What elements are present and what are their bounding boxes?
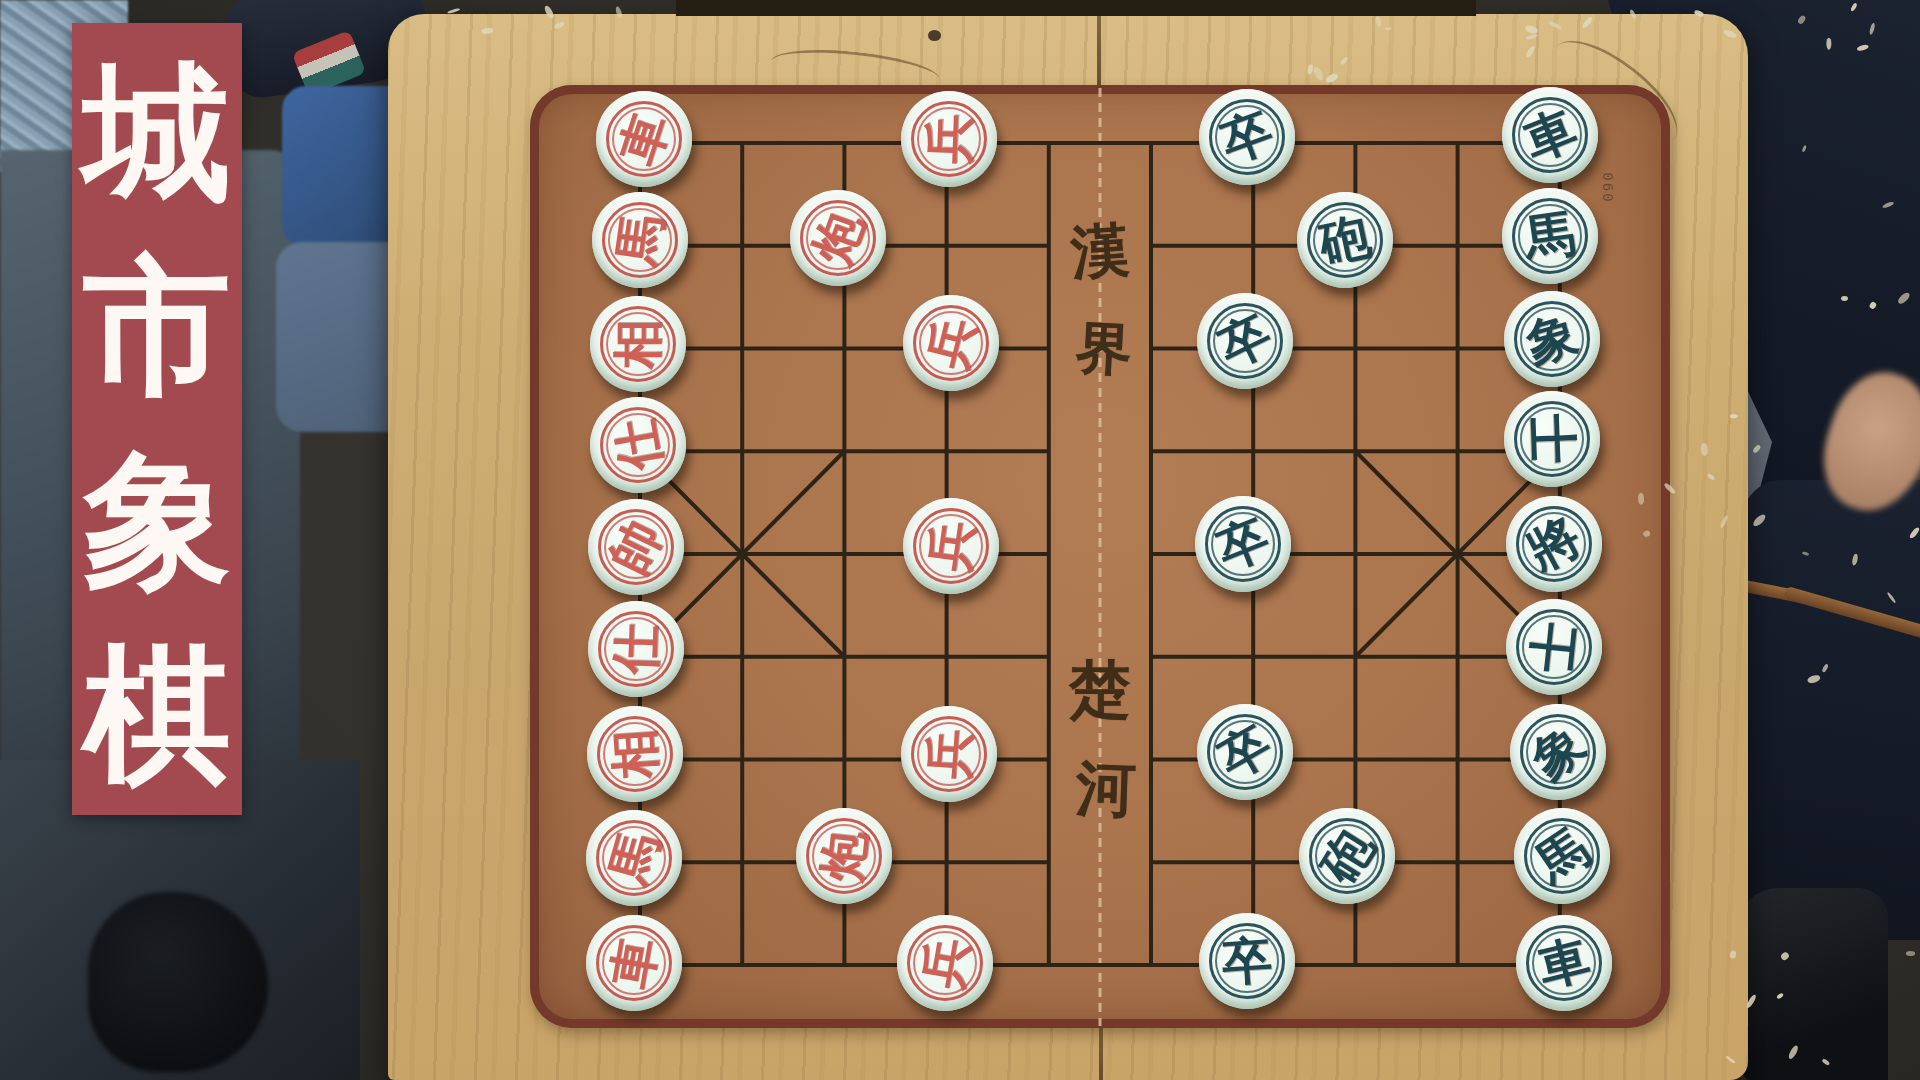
piece-black-卒[interactable]: 卒 <box>1199 913 1295 1009</box>
banner-char-2: 市 <box>83 253 231 401</box>
banner-char-3: 象 <box>83 447 231 595</box>
river-character-han: 漢 <box>1068 211 1131 293</box>
piece-character: 車 <box>578 907 689 1018</box>
piece-black-將[interactable]: 將 <box>1506 496 1602 592</box>
piece-red-炮[interactable]: 炮 <box>796 808 892 904</box>
piece-red-仕[interactable]: 仕 <box>590 397 686 493</box>
piece-black-卒[interactable]: 卒 <box>1195 496 1291 592</box>
scene: 漢 界 楚 河 060 車馬相仕帥仕相馬車炮炮兵兵兵兵兵卒卒卒卒卒砲砲車馬象士將… <box>0 0 1920 1080</box>
river-character-he: 河 <box>1075 748 1138 831</box>
piece-black-卒[interactable]: 卒 <box>1199 89 1295 185</box>
river-character-chu: 楚 <box>1069 648 1131 732</box>
piece-red-相[interactable]: 相 <box>587 706 683 802</box>
piece-black-士[interactable]: 士 <box>1504 391 1600 487</box>
piece-red-馬[interactable]: 馬 <box>586 810 682 906</box>
piece-black-卒[interactable]: 卒 <box>1197 293 1293 389</box>
piece-red-馬[interactable]: 馬 <box>592 192 688 288</box>
table-edge-gap <box>676 0 1476 16</box>
piece-red-兵[interactable]: 兵 <box>901 91 997 187</box>
banner-char-1: 城 <box>83 59 231 207</box>
banner-char-4: 棋 <box>83 641 231 789</box>
piece-character: 仕 <box>586 599 685 698</box>
piece-red-兵[interactable]: 兵 <box>903 498 999 594</box>
hinge-screw <box>928 30 941 41</box>
seed-shell-speck <box>1906 951 1916 955</box>
piece-character: 士 <box>1501 594 1607 700</box>
piece-character: 馬 <box>586 186 694 294</box>
piece-black-馬[interactable]: 馬 <box>1502 188 1598 284</box>
piece-black-象[interactable]: 象 <box>1504 291 1600 387</box>
piece-red-炮[interactable]: 炮 <box>790 190 886 286</box>
piece-character: 相 <box>584 702 686 804</box>
piece-character: 馬 <box>1496 182 1604 290</box>
title-banner: 城 市 象 棋 <box>72 23 242 815</box>
piece-character: 士 <box>1502 390 1601 489</box>
piece-black-砲[interactable]: 砲 <box>1297 192 1393 288</box>
piece-black-砲[interactable]: 砲 <box>1299 808 1395 904</box>
piece-black-車[interactable]: 車 <box>1516 915 1612 1011</box>
piece-red-帥[interactable]: 帥 <box>588 499 684 595</box>
piece-character: 砲 <box>1288 183 1402 297</box>
mat-margin-print: 060 <box>1600 172 1616 203</box>
piece-red-兵[interactable]: 兵 <box>903 295 999 391</box>
piece-black-象[interactable]: 象 <box>1510 704 1606 800</box>
piece-character: 相 <box>590 296 686 392</box>
piece-black-士[interactable]: 士 <box>1506 599 1602 695</box>
piece-character: 兵 <box>889 907 1000 1018</box>
piece-black-卒[interactable]: 卒 <box>1197 704 1293 800</box>
piece-character: 炮 <box>792 803 898 909</box>
player-trousers-right <box>1742 480 1920 940</box>
piece-black-馬[interactable]: 馬 <box>1514 808 1610 904</box>
fold-split-bottom <box>1099 1027 1103 1080</box>
piece-character: 兵 <box>899 89 998 188</box>
piece-character: 仕 <box>582 390 693 501</box>
seed-shell-speck <box>1700 443 1708 456</box>
piece-character: 兵 <box>896 492 1004 600</box>
river-character-jie: 界 <box>1074 311 1134 390</box>
piece-character: 卒 <box>1196 910 1298 1012</box>
piece-black-車[interactable]: 車 <box>1502 87 1598 183</box>
piece-red-仕[interactable]: 仕 <box>588 601 684 697</box>
piece-red-相[interactable]: 相 <box>590 296 686 392</box>
shoe-bottom-right <box>1738 888 1888 1080</box>
piece-character: 兵 <box>897 702 999 804</box>
piece-red-車[interactable]: 車 <box>586 915 682 1011</box>
fold-split-top <box>1097 16 1101 86</box>
piece-red-車[interactable]: 車 <box>596 91 692 187</box>
seed-shell-speck <box>1841 296 1848 301</box>
piece-red-兵[interactable]: 兵 <box>897 915 993 1011</box>
piece-red-兵[interactable]: 兵 <box>901 706 997 802</box>
